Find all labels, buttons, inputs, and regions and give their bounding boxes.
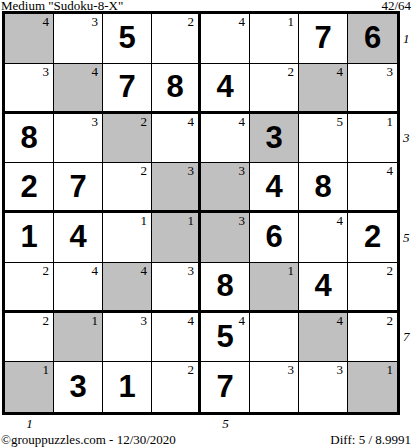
placed-digit: 7 <box>54 163 102 210</box>
candidate-count: 4 <box>337 65 344 79</box>
cell-r8c5[interactable]: 7 <box>201 362 250 412</box>
placed-digit: 7 <box>299 14 347 63</box>
candidate-count: 2 <box>188 15 195 29</box>
placed-digit: 5 <box>103 14 151 63</box>
candidate-count: 3 <box>141 314 148 328</box>
cell-r5c7[interactable]: 4 <box>299 213 348 263</box>
placed-digit: 4 <box>299 263 347 310</box>
cell-r3c5[interactable]: 4 <box>201 114 250 164</box>
cell-r5c3[interactable]: 1 <box>103 213 152 263</box>
candidate-count: 4 <box>92 264 99 278</box>
cell-r1c7[interactable]: 7 <box>299 14 348 64</box>
cell-r8c8[interactable]: 1 <box>348 362 397 412</box>
difficulty-text: Diff: 5 / 8.9991 <box>330 433 411 446</box>
candidate-count: 2 <box>288 65 295 79</box>
placed-digit: 4 <box>54 213 102 262</box>
cell-r1c4[interactable]: 2 <box>152 14 201 64</box>
placed-digit: 3 <box>54 362 102 412</box>
cell-r1c2[interactable]: 3 <box>54 14 103 64</box>
candidate-count: 5 <box>337 115 344 129</box>
candidate-count: 1 <box>92 314 99 328</box>
row-labels: 1357 <box>403 0 412 447</box>
candidate-count: 3 <box>188 164 195 178</box>
candidate-count: 4 <box>387 164 394 178</box>
col-labels: 15 <box>0 416 412 432</box>
candidate-count: 3 <box>337 363 344 377</box>
cell-r3c7[interactable]: 5 <box>299 114 348 164</box>
cell-r3c8[interactable]: 1 <box>348 114 397 164</box>
cell-r5c2[interactable]: 4 <box>54 213 103 263</box>
cell-r6c8[interactable]: 2 <box>348 263 397 313</box>
cell-r4c6[interactable]: 4 <box>250 163 299 213</box>
sudoku-puzzle-page: Medium "Sudoku-8-X" 42/64 43524176347842… <box>0 0 412 447</box>
cell-r6c7[interactable]: 4 <box>299 263 348 313</box>
placed-digit: 8 <box>201 263 249 310</box>
puzzle-title: Medium "Sudoku-8-X" <box>1 0 123 11</box>
placed-digit: 8 <box>299 163 347 210</box>
candidate-count: 3 <box>43 65 50 79</box>
row-label-1: 1 <box>403 14 412 64</box>
cell-r4c8[interactable]: 4 <box>348 163 397 213</box>
cell-r7c3[interactable]: 3 <box>103 313 152 363</box>
candidate-count: 1 <box>188 214 195 228</box>
cell-r6c5[interactable]: 8 <box>201 263 250 313</box>
row-label-3: 3 <box>403 114 412 164</box>
cell-r2c8[interactable]: 3 <box>348 64 397 114</box>
placed-digit: 1 <box>103 362 151 412</box>
cell-r7c4[interactable]: 4 <box>152 313 201 363</box>
cell-r1c8[interactable]: 6 <box>348 14 397 64</box>
cell-r8c3[interactable]: 1 <box>103 362 152 412</box>
cell-r7c1[interactable]: 2 <box>5 313 54 363</box>
candidate-count: 4 <box>188 314 195 328</box>
cell-r2c6[interactable]: 2 <box>250 64 299 114</box>
cell-r3c2[interactable]: 3 <box>54 114 103 164</box>
candidate-count: 3 <box>188 264 195 278</box>
candidate-count: 2 <box>141 164 148 178</box>
cell-r3c4[interactable]: 4 <box>152 114 201 164</box>
col-label-5: 5 <box>201 416 250 432</box>
candidate-count: 4 <box>239 314 246 328</box>
candidate-count: 3 <box>387 65 394 79</box>
cell-r6c1[interactable]: 2 <box>5 263 54 313</box>
cell-r7c5[interactable]: 54 <box>201 313 250 363</box>
cell-r1c3[interactable]: 5 <box>103 14 152 64</box>
cell-r8c2[interactable]: 3 <box>54 362 103 412</box>
row-label-7: 7 <box>403 313 412 363</box>
candidate-count: 1 <box>387 363 394 377</box>
placed-digit: 4 <box>201 64 249 111</box>
cell-r4c5[interactable]: 3 <box>201 163 250 213</box>
cell-r6c3[interactable]: 4 <box>103 263 152 313</box>
candidate-count: 1 <box>288 15 295 29</box>
candidate-count: 2 <box>141 115 148 129</box>
placed-digit: 8 <box>152 64 198 111</box>
cell-r1c1[interactable]: 4 <box>5 14 54 64</box>
cell-r8c4[interactable]: 2 <box>152 362 201 412</box>
candidate-count: 4 <box>239 15 246 29</box>
candidate-count: 2 <box>43 264 50 278</box>
candidate-count: 4 <box>43 15 50 29</box>
candidate-count: 2 <box>387 264 394 278</box>
cell-r8c1[interactable]: 1 <box>5 362 54 412</box>
candidate-count: 3 <box>239 164 246 178</box>
cell-r7c6[interactable] <box>250 313 299 363</box>
cell-r5c6[interactable]: 6 <box>250 213 299 263</box>
placed-digit: 7 <box>103 64 151 111</box>
placed-digit: 7 <box>201 362 249 412</box>
cell-r1c5[interactable]: 4 <box>201 14 250 64</box>
candidate-count: 4 <box>337 214 344 228</box>
cell-r2c2[interactable]: 4 <box>54 64 103 114</box>
cell-r3c6[interactable]: 3 <box>250 114 299 164</box>
copyright-text: ©grouppuzzles.com - 12/30/2020 <box>1 433 176 446</box>
cell-r2c1[interactable]: 3 <box>5 64 54 114</box>
placed-digit: 3 <box>250 114 298 163</box>
cell-r5c5[interactable]: 3 <box>201 213 250 263</box>
cell-r6c2[interactable]: 4 <box>54 263 103 313</box>
candidate-count: 3 <box>239 214 246 228</box>
cell-r1c6[interactable]: 1 <box>250 14 299 64</box>
cell-r2c7[interactable]: 4 <box>299 64 348 114</box>
cell-r7c2[interactable]: 1 <box>54 313 103 363</box>
placed-digit: 2 <box>348 213 397 262</box>
candidate-count: 4 <box>92 65 99 79</box>
candidate-count: 4 <box>337 314 344 328</box>
cell-r6c6[interactable]: 1 <box>250 263 299 313</box>
col-label-1: 1 <box>5 416 54 432</box>
cell-r4c2[interactable]: 7 <box>54 163 103 213</box>
cell-r8c6[interactable]: 3 <box>250 362 299 412</box>
cell-r3c1[interactable]: 8 <box>5 114 54 164</box>
cell-r5c4[interactable]: 1 <box>152 213 201 263</box>
cell-r6c4[interactable]: 3 <box>152 263 201 313</box>
candidate-count: 2 <box>387 314 394 328</box>
candidate-count: 2 <box>43 314 50 328</box>
placed-digit: 6 <box>348 14 397 63</box>
cell-r8c7[interactable]: 3 <box>299 362 348 412</box>
candidate-count: 1 <box>288 264 295 278</box>
cell-r2c5[interactable]: 4 <box>201 64 250 114</box>
cell-r7c7[interactable]: 4 <box>299 313 348 363</box>
cell-r3c3[interactable]: 2 <box>103 114 152 164</box>
cell-r4c1[interactable]: 2 <box>5 163 54 213</box>
candidate-count: 4 <box>141 264 148 278</box>
placed-digit: 4 <box>250 163 298 210</box>
row-label-5: 5 <box>403 213 412 263</box>
placed-digit: 1 <box>5 213 53 262</box>
sudoku-board: 4352417634784243832443512723348414113642… <box>2 11 400 415</box>
placed-digit: 6 <box>250 213 298 262</box>
candidate-count: 1 <box>43 363 50 377</box>
cell-r7c8[interactable]: 2 <box>348 313 397 363</box>
candidate-count: 1 <box>387 115 394 129</box>
candidate-count: 4 <box>239 115 246 129</box>
candidate-count: 4 <box>188 115 195 129</box>
cell-r4c3[interactable]: 2 <box>103 163 152 213</box>
cell-r4c7[interactable]: 8 <box>299 163 348 213</box>
cell-r5c1[interactable]: 1 <box>5 213 54 263</box>
cell-r2c4[interactable]: 8 <box>152 64 201 114</box>
candidate-count: 3 <box>92 115 99 129</box>
footer: ©grouppuzzles.com - 12/30/2020 Diff: 5 /… <box>1 432 411 446</box>
cell-r5c8[interactable]: 2 <box>348 213 397 263</box>
candidate-count: 1 <box>141 214 148 228</box>
candidate-count: 2 <box>188 363 195 377</box>
cell-r4c4[interactable]: 3 <box>152 163 201 213</box>
placed-digit: 8 <box>5 114 53 163</box>
candidate-count: 3 <box>288 363 295 377</box>
candidate-count: 3 <box>92 15 99 29</box>
placed-digit: 2 <box>5 163 53 210</box>
cell-r2c3[interactable]: 7 <box>103 64 152 114</box>
